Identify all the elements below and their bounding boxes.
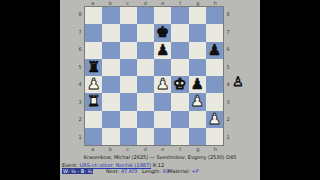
square-h6: ♟ xyxy=(206,42,223,59)
square-a1 xyxy=(85,128,102,145)
file-label-h-bottom: h xyxy=(207,147,225,152)
square-d3 xyxy=(137,93,154,110)
square-h2: ♟ xyxy=(206,111,223,128)
length-label: Length: xyxy=(142,168,161,174)
square-b6 xyxy=(102,42,119,59)
square-c5 xyxy=(120,59,137,76)
next-move-segment: Next: 47.Kf3 xyxy=(106,168,137,174)
players-line: Krasenkow, Michal (2625) — Sveshnikov, E… xyxy=(60,154,260,160)
square-h1 xyxy=(206,128,223,145)
rank-label-4-right: 4 xyxy=(225,76,231,94)
chess-board: ♚♟♟♜♟♟♚♟♜♟♟ xyxy=(84,6,224,146)
square-f1 xyxy=(171,128,188,145)
square-g8 xyxy=(189,7,206,24)
square-e4: ♟ xyxy=(154,76,171,93)
file-label-a-top: a xyxy=(84,1,102,6)
square-e7: ♚ xyxy=(154,24,171,41)
caption-area: Krasenkow, Michal (2625) — Sveshnikov, E… xyxy=(60,152,260,180)
square-g2 xyxy=(189,111,206,128)
black-rook: ♜ xyxy=(87,59,100,74)
file-label-d-bottom: d xyxy=(137,147,155,152)
rank-label-5-right: 5 xyxy=(225,59,231,77)
square-b1 xyxy=(102,128,119,145)
square-g4: ♟ xyxy=(189,76,206,93)
rank-label-5-left: 5 xyxy=(77,59,83,77)
square-f7 xyxy=(171,24,188,41)
square-a6 xyxy=(85,42,102,59)
rank-label-8-right: 8 xyxy=(225,6,231,24)
white-rook: ♜ xyxy=(87,94,100,109)
square-h7 xyxy=(206,24,223,41)
rank-label-4-left: 4 xyxy=(77,76,83,94)
square-e5 xyxy=(154,59,171,76)
file-label-c-top: c xyxy=(119,1,137,6)
white-pawn: ♟ xyxy=(190,94,203,109)
square-g1 xyxy=(189,128,206,145)
black-king: ♚ xyxy=(156,25,169,40)
rank-label-3-left: 3 xyxy=(77,94,83,112)
white-king: ♚ xyxy=(173,77,186,92)
square-a4: ♟ xyxy=(85,76,102,93)
square-f3 xyxy=(171,93,188,110)
length-segment: Length: 99 xyxy=(142,168,169,174)
square-d7 xyxy=(137,24,154,41)
material-segment: Material: +P xyxy=(168,168,199,174)
square-d4 xyxy=(137,76,154,93)
square-a8 xyxy=(85,7,102,24)
file-label-g-top: g xyxy=(189,1,207,6)
square-g6 xyxy=(189,42,206,59)
square-h4 xyxy=(206,76,223,93)
file-label-c-bottom: c xyxy=(119,147,137,152)
square-f4: ♚ xyxy=(171,76,188,93)
square-h5 xyxy=(206,59,223,76)
square-e6: ♟ xyxy=(154,42,171,59)
file-label-d-top: d xyxy=(137,1,155,6)
rank-label-8-left: 8 xyxy=(77,6,83,24)
square-c7 xyxy=(120,24,137,41)
file-label-e-bottom: e xyxy=(154,147,172,152)
square-a5: ♜ xyxy=(85,59,102,76)
square-d8 xyxy=(137,7,154,24)
rank-label-2-left: 2 xyxy=(77,111,83,129)
square-d1 xyxy=(137,128,154,145)
square-c2 xyxy=(120,111,137,128)
white-pawn-icon: ♙ xyxy=(232,74,244,89)
white-pawn: ♟ xyxy=(208,111,221,126)
file-label-f-top: f xyxy=(172,1,190,6)
file-label-f-bottom: f xyxy=(172,147,190,152)
white-pawn: ♟ xyxy=(87,77,100,92)
material-label: Material: xyxy=(168,168,190,174)
square-b5 xyxy=(102,59,119,76)
next-label: Next: xyxy=(106,168,119,174)
square-e3 xyxy=(154,93,171,110)
board-panel: ♚♟♟♜♟♟♚♟♜♟♟ aabbccddeeffgghh887766554433… xyxy=(60,0,260,180)
square-a7 xyxy=(85,24,102,41)
square-g3: ♟ xyxy=(189,93,206,110)
file-label-g-bottom: g xyxy=(189,147,207,152)
video-frame: ♚♟♟♜♟♟♚♟♜♟♟ aabbccddeeffgghh887766554433… xyxy=(0,0,320,180)
square-h8 xyxy=(206,7,223,24)
material-value: +P xyxy=(192,168,199,174)
square-b3 xyxy=(102,93,119,110)
square-f2 xyxy=(171,111,188,128)
square-f8 xyxy=(171,7,188,24)
square-e2 xyxy=(154,111,171,128)
square-d2 xyxy=(137,111,154,128)
square-e8 xyxy=(154,7,171,24)
black-pawn: ♟ xyxy=(190,77,203,92)
result-segment: W: ½ - B: ½ xyxy=(62,168,93,174)
file-label-b-bottom: b xyxy=(102,147,120,152)
square-b4 xyxy=(102,76,119,93)
file-label-e-top: e xyxy=(154,1,172,6)
next-move-value: 47.Kf3 xyxy=(121,168,137,174)
rank-label-6-left: 6 xyxy=(77,41,83,59)
square-d6 xyxy=(137,42,154,59)
square-c6 xyxy=(120,42,137,59)
letterbox-right xyxy=(260,0,320,180)
square-f5 xyxy=(171,59,188,76)
square-a2 xyxy=(85,111,102,128)
square-e1 xyxy=(154,128,171,145)
file-label-a-bottom: a xyxy=(84,147,102,152)
square-g5 xyxy=(189,59,206,76)
black-pawn: ♟ xyxy=(156,42,169,57)
rank-label-1-left: 1 xyxy=(77,129,83,147)
rank-label-7-right: 7 xyxy=(225,24,231,42)
rank-label-2-right: 2 xyxy=(225,111,231,129)
square-c4 xyxy=(120,76,137,93)
square-c1 xyxy=(120,128,137,145)
square-h3 xyxy=(206,93,223,110)
square-b7 xyxy=(102,24,119,41)
file-label-h-top: h xyxy=(207,1,225,6)
rank-label-6-right: 6 xyxy=(225,41,231,59)
letterbox-left xyxy=(0,0,60,180)
square-c8 xyxy=(120,7,137,24)
square-f6 xyxy=(171,42,188,59)
rank-label-7-left: 7 xyxy=(77,24,83,42)
black-pawn: ♟ xyxy=(208,42,221,57)
rank-label-3-right: 3 xyxy=(225,94,231,112)
square-b8 xyxy=(102,7,119,24)
square-a3: ♜ xyxy=(85,93,102,110)
rank-label-1-right: 1 xyxy=(225,129,231,147)
file-label-b-top: b xyxy=(102,1,120,6)
white-pawn: ♟ xyxy=(156,77,169,92)
square-c3 xyxy=(120,93,137,110)
square-b2 xyxy=(102,111,119,128)
square-d5 xyxy=(137,59,154,76)
square-g7 xyxy=(189,24,206,41)
